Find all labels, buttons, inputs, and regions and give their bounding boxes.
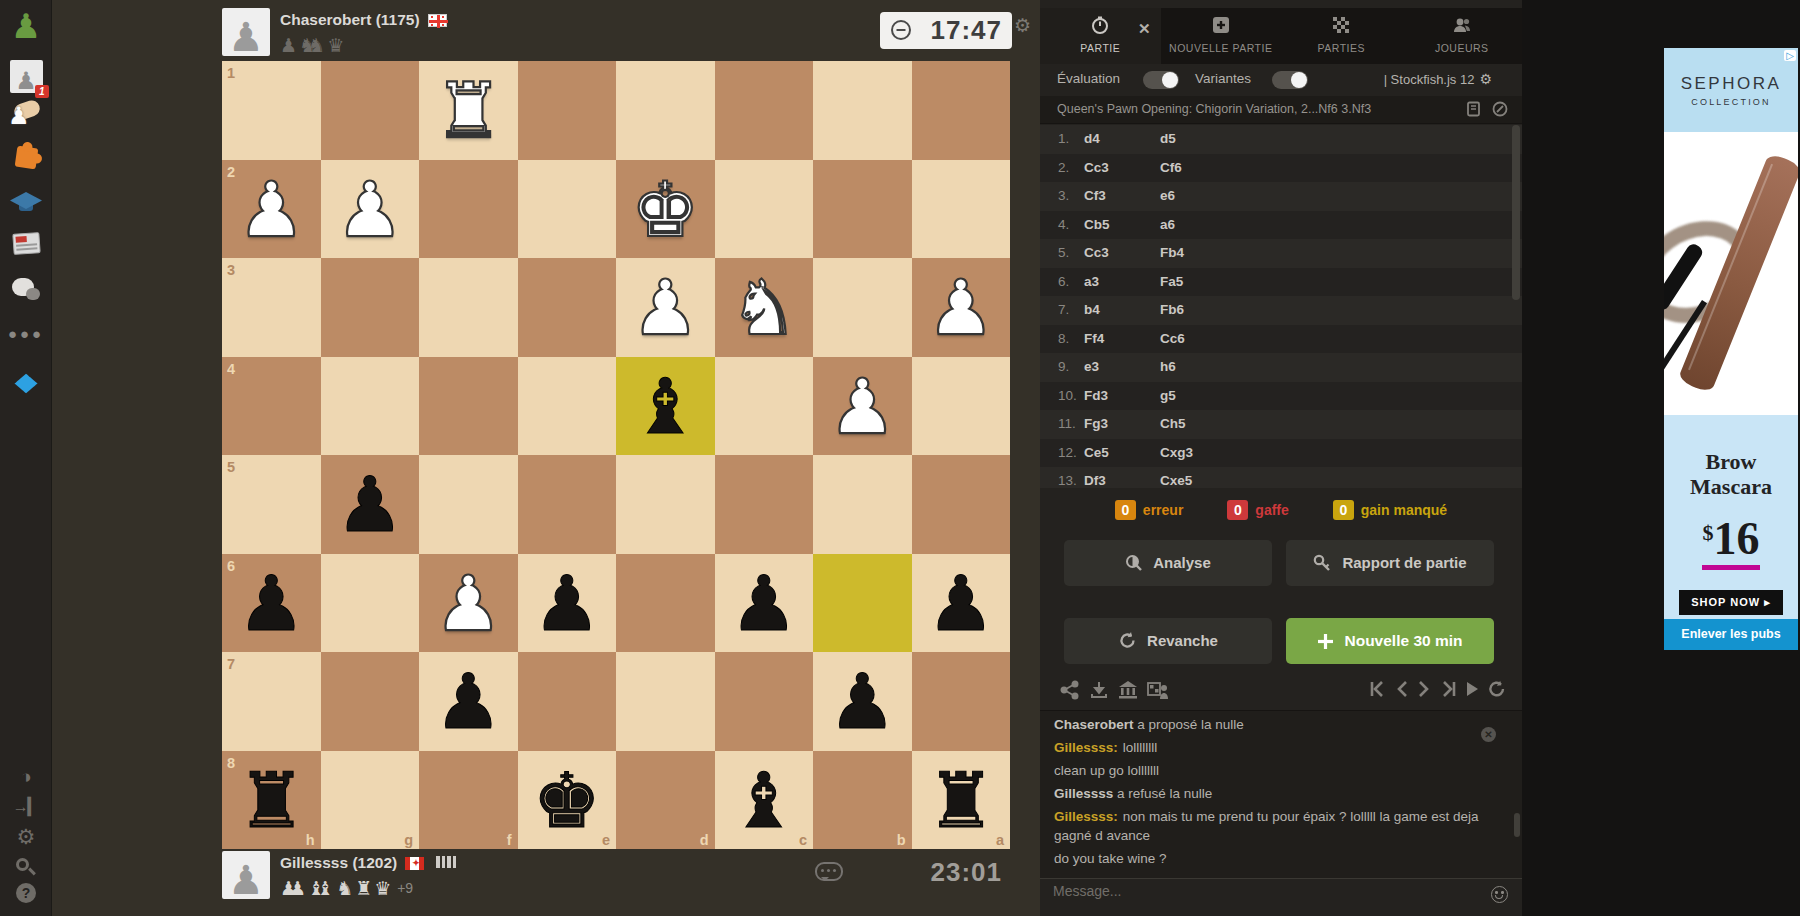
file-label-d: d bbox=[700, 832, 709, 848]
top-player-bar: ♟ Chaserobert (1175) ♟♞♞♛ bbox=[222, 8, 982, 56]
autoplay-icon[interactable] bbox=[1465, 680, 1480, 698]
black-move[interactable]: Cc6 bbox=[1160, 325, 1236, 354]
black-move[interactable]: Fb4 bbox=[1160, 239, 1236, 268]
white-move[interactable]: d4 bbox=[1084, 125, 1160, 154]
mute-user-icon[interactable]: ✕ bbox=[1481, 727, 1496, 742]
accuracy-badges: 0erreur 0gaffe 0gain manqué bbox=[1040, 500, 1522, 530]
rematch-arrow-icon bbox=[1118, 631, 1137, 650]
white-pawn[interactable]: ♟ bbox=[321, 160, 420, 259]
move-row: 11.Fg3Ch5 bbox=[1040, 410, 1522, 439]
rank-label-3: 3 bbox=[227, 262, 235, 278]
ad-brand: SEPHORA bbox=[1664, 48, 1798, 94]
square-d1[interactable] bbox=[616, 61, 715, 160]
ad-product-title: BrowMascara bbox=[1664, 415, 1798, 499]
move-row: 4.Cb5a6 bbox=[1040, 211, 1522, 240]
square-f5[interactable] bbox=[419, 455, 518, 554]
chat-scrollbar[interactable] bbox=[1514, 813, 1520, 837]
sign-in-icon[interactable]: →▎ bbox=[0, 797, 52, 816]
captured-piece-group: ♜ bbox=[355, 877, 374, 899]
move-row: 8.Ff4Cc6 bbox=[1040, 325, 1522, 354]
square-e3[interactable] bbox=[518, 258, 617, 357]
square-d4[interactable]: ♝ bbox=[616, 357, 715, 456]
move-number: 3. bbox=[1040, 182, 1084, 211]
square-g6[interactable] bbox=[321, 554, 420, 653]
rank-label-8: 8 bbox=[227, 755, 235, 771]
move-number: 8. bbox=[1040, 325, 1084, 354]
square-d3[interactable]: ♟ bbox=[616, 258, 715, 357]
square-f3[interactable] bbox=[419, 258, 518, 357]
square-f7[interactable]: ♟ bbox=[419, 652, 518, 751]
square-e6[interactable]: ♟ bbox=[518, 554, 617, 653]
captured-piece-group: ♟♟ bbox=[280, 877, 308, 899]
black-pawn[interactable]: ♟ bbox=[518, 554, 617, 653]
captured-piece-group: ♟ bbox=[280, 34, 299, 56]
white-move[interactable]: e3 bbox=[1084, 353, 1160, 382]
square-h1[interactable]: 1 bbox=[222, 61, 321, 160]
shop-now-button[interactable]: SHOP NOW ▸ bbox=[1679, 590, 1783, 615]
white-pawn[interactable]: ♟ bbox=[912, 258, 1011, 357]
black-move[interactable]: Fa5 bbox=[1160, 268, 1236, 297]
game-area: ♟ Chaserobert (1175) ♟♞♞♛ 17:47 ⚙ 1♜♟2♟♚… bbox=[52, 0, 1040, 916]
white-king[interactable]: ♚ bbox=[616, 160, 715, 259]
rank-label-6: 6 bbox=[227, 558, 235, 574]
black-pawn[interactable]: ♟ bbox=[813, 652, 912, 751]
move-row: 12.Ce5Cxg3 bbox=[1040, 439, 1522, 468]
analysis-toggles: Évaluation Variantes | Stockfish.js 12⚙ bbox=[1040, 64, 1522, 96]
top-captured-pieces: ♟♞♞♛ bbox=[280, 34, 346, 56]
white-move[interactable]: b4 bbox=[1084, 296, 1160, 325]
opening-name: Queen's Pawn Opening: Chigorin Variation… bbox=[1057, 102, 1457, 116]
game-report-button[interactable]: Rapport de partie bbox=[1286, 540, 1494, 586]
move-row: 3.Cf3e6 bbox=[1040, 182, 1522, 211]
georgia-flag-icon bbox=[428, 14, 447, 27]
evaluation-toggle[interactable] bbox=[1143, 71, 1179, 89]
black-move[interactable]: Cxe5 bbox=[1160, 467, 1236, 488]
square-h5[interactable]: 5 bbox=[222, 455, 321, 554]
white-knight[interactable]: ♞ bbox=[715, 258, 814, 357]
white-move[interactable]: Cf3 bbox=[1084, 182, 1160, 211]
square-c4[interactable] bbox=[715, 357, 814, 456]
white-pawn[interactable]: ♟ bbox=[813, 357, 912, 456]
black-pawn[interactable]: ♟ bbox=[222, 554, 321, 653]
profile-avatar-icon[interactable]: ♟ 1 bbox=[0, 60, 52, 93]
blunder-badge: 0gaffe bbox=[1227, 500, 1288, 530]
square-f2[interactable] bbox=[419, 160, 518, 259]
stopwatch-icon bbox=[1091, 16, 1109, 34]
connection-signal-icon bbox=[436, 854, 458, 872]
square-e5[interactable] bbox=[518, 455, 617, 554]
square-g7[interactable] bbox=[321, 652, 420, 751]
top-player-clock: 17:47 bbox=[880, 12, 1012, 49]
white-move[interactable]: Fd3 bbox=[1084, 382, 1160, 411]
square-c1[interactable] bbox=[715, 61, 814, 160]
square-e8[interactable]: ♚e bbox=[518, 751, 617, 850]
square-d8[interactable]: d bbox=[616, 751, 715, 850]
rank-label-1: 1 bbox=[227, 65, 235, 81]
square-g2[interactable]: ♟ bbox=[321, 160, 420, 259]
canada-flag-icon: ✦ bbox=[405, 857, 424, 870]
black-move[interactable]: g5 bbox=[1160, 382, 1236, 411]
file-label-c: c bbox=[799, 832, 807, 848]
key-icon bbox=[1313, 554, 1332, 572]
captured-piece-group: ♛ bbox=[374, 877, 393, 899]
puzzle-icon[interactable] bbox=[0, 147, 52, 168]
file-label-f: f bbox=[507, 832, 512, 848]
adchoices-icon[interactable]: ▷ bbox=[1784, 50, 1796, 61]
square-a6[interactable]: ♟ bbox=[912, 554, 1011, 653]
advertisement[interactable]: ▷ SEPHORA COLLECTION BrowMascara $16 SHO… bbox=[1664, 48, 1798, 650]
white-move[interactable]: Df3 bbox=[1084, 467, 1160, 488]
speech-bubble-icon[interactable] bbox=[815, 862, 843, 881]
move-number: 12. bbox=[1040, 439, 1084, 468]
study-bank-icon[interactable] bbox=[1118, 680, 1138, 700]
black-move[interactable]: Fb6 bbox=[1160, 296, 1236, 325]
tab-parties[interactable]: PARTIES bbox=[1281, 8, 1402, 64]
black-move[interactable]: e6 bbox=[1160, 182, 1236, 211]
white-pawn[interactable]: ♟ bbox=[419, 554, 518, 653]
ad-price: $16 bbox=[1664, 511, 1798, 561]
board-settings-gear-icon[interactable]: ⚙ bbox=[1014, 14, 1031, 36]
bottom-player-clock: 23:01 bbox=[880, 854, 1012, 891]
move-number: 11. bbox=[1040, 410, 1084, 439]
ad-header: ▷ SEPHORA COLLECTION bbox=[1664, 48, 1798, 132]
move-number: 6. bbox=[1040, 268, 1084, 297]
file-label-e: e bbox=[602, 832, 610, 848]
learn-graduation-cap-icon[interactable] bbox=[0, 192, 52, 211]
square-h6[interactable]: ♟6 bbox=[222, 554, 321, 653]
theme-contrast-icon[interactable]: ◑ bbox=[0, 766, 52, 788]
square-c7[interactable] bbox=[715, 652, 814, 751]
file-label-h: h bbox=[306, 832, 315, 848]
nav-prev-icon[interactable] bbox=[1395, 680, 1409, 698]
black-move[interactable]: Cxg3 bbox=[1160, 439, 1236, 468]
left-sidebar: ♟ ♟ 1 ♟ ●●● ◆ ◑ →▎ ⚙ ? bbox=[0, 0, 52, 916]
move-number: 2. bbox=[1040, 154, 1084, 183]
reload-icon[interactable] bbox=[1488, 680, 1506, 698]
evaluation-label: Évaluation bbox=[1057, 71, 1120, 86]
app-window: ♟ ♟ 1 ♟ ●●● ◆ ◑ →▎ ⚙ ? ♟ Chaserobert (11… bbox=[0, 0, 1800, 916]
square-h8[interactable]: ♜8h bbox=[222, 751, 321, 850]
square-b4[interactable]: ♟ bbox=[813, 357, 912, 456]
white-pawn[interactable]: ♟ bbox=[616, 258, 715, 357]
variations-toggle[interactable] bbox=[1272, 71, 1308, 89]
square-c3[interactable]: ♞ bbox=[715, 258, 814, 357]
white-move[interactable]: Ce5 bbox=[1084, 439, 1160, 468]
rank-label-4: 4 bbox=[227, 361, 235, 377]
close-tab-icon[interactable]: ✕ bbox=[1138, 20, 1151, 38]
play-hand-piece-icon[interactable]: ♟ bbox=[0, 100, 52, 132]
move-row: 13.Df3Cxe5 bbox=[1040, 467, 1522, 488]
square-c2[interactable] bbox=[715, 160, 814, 259]
bottom-player-name[interactable]: Gillessss (1202)✦ bbox=[280, 854, 458, 872]
settings-gear-icon[interactable]: ⚙ bbox=[0, 825, 52, 849]
square-b1[interactable] bbox=[813, 61, 912, 160]
move-number: 10. bbox=[1040, 382, 1084, 411]
square-d5[interactable] bbox=[616, 455, 715, 554]
square-g3[interactable] bbox=[321, 258, 420, 357]
black-pawn[interactable]: ♟ bbox=[912, 554, 1011, 653]
nav-last-icon[interactable] bbox=[1439, 680, 1457, 698]
opening-book-icon[interactable] bbox=[1466, 101, 1482, 121]
white-move[interactable]: Fg3 bbox=[1084, 410, 1160, 439]
chat-message: Gillessss:lollllllll bbox=[1040, 736, 1522, 759]
square-f4[interactable] bbox=[419, 357, 518, 456]
opening-bar: Queen's Pawn Opening: Chigorin Variation… bbox=[1040, 96, 1522, 124]
plus-icon bbox=[1317, 633, 1334, 650]
square-f1[interactable]: ♜ bbox=[419, 61, 518, 160]
help-icon[interactable]: ? bbox=[0, 883, 52, 903]
bottom-player-bar: ♟ Gillessss (1202)✦ ♟♟♝♝♞♜♛ +9 bbox=[222, 851, 982, 899]
premium-diamond-icon[interactable]: ◆ bbox=[0, 367, 52, 397]
chat-message: clean up go lolllllll bbox=[1040, 759, 1522, 782]
variations-label: Variantes bbox=[1195, 71, 1251, 86]
black-move[interactable]: a6 bbox=[1160, 211, 1236, 240]
square-d2[interactable]: ♚ bbox=[616, 160, 715, 259]
black-pawn[interactable]: ♟ bbox=[419, 652, 518, 751]
square-e7[interactable] bbox=[518, 652, 617, 751]
notification-badge: 1 bbox=[35, 85, 49, 98]
square-g8[interactable]: g bbox=[321, 751, 420, 850]
square-e1[interactable] bbox=[518, 61, 617, 160]
square-g5[interactable]: ♟ bbox=[321, 455, 420, 554]
chat-message: Gillessss a refusé la nulle bbox=[1040, 782, 1522, 805]
top-player-avatar[interactable]: ♟ bbox=[222, 8, 270, 56]
download-icon[interactable] bbox=[1089, 680, 1109, 700]
search-icon[interactable] bbox=[0, 856, 52, 880]
chat-message: do you take wine ? bbox=[1040, 847, 1522, 870]
square-e2[interactable] bbox=[518, 160, 617, 259]
black-move[interactable]: Ch5 bbox=[1160, 410, 1236, 439]
panel-tabs: PARTIE ✕ NOUVELLE PARTIE PARTIES JOUEURS bbox=[1040, 8, 1522, 64]
tab-partie[interactable]: PARTIE ✕ bbox=[1040, 8, 1161, 64]
move-row: 9.e3h6 bbox=[1040, 353, 1522, 382]
move-row: 10.Fd3g5 bbox=[1040, 382, 1522, 411]
black-pawn[interactable]: ♟ bbox=[715, 554, 814, 653]
top-player-name[interactable]: Chaserobert (1175) bbox=[280, 11, 447, 29]
square-e4[interactable] bbox=[518, 357, 617, 456]
move-number: 13. bbox=[1040, 467, 1084, 488]
rank-label-5: 5 bbox=[227, 459, 235, 475]
draw-offer-icon[interactable] bbox=[890, 19, 912, 41]
chess-board[interactable]: 1♜♟2♟♚3♟♞♟4♝♟5♟♟6♟♟♟♟7♟♟♜8hgf♚ed♝cb♜a bbox=[222, 61, 1010, 849]
square-f8[interactable]: f bbox=[419, 751, 518, 850]
white-move[interactable]: Cc3 bbox=[1084, 154, 1160, 183]
new-game-button[interactable]: Nouvelle 30 min bbox=[1286, 618, 1494, 664]
nav-first-icon[interactable] bbox=[1369, 680, 1387, 698]
missed-win-badge: 0gain manqué bbox=[1333, 500, 1447, 530]
move-list: 1.d4d52.Cc3Cf63.Cf3e64.Cb5a65.Cc3Fb46.a3… bbox=[1040, 125, 1522, 488]
more-options-icon[interactable]: ●●● bbox=[0, 325, 52, 342]
game-actions-row bbox=[1040, 680, 1522, 706]
white-rook[interactable]: ♜ bbox=[419, 61, 518, 160]
emoji-smiley-icon[interactable] bbox=[1491, 886, 1508, 903]
captured-piece-group: ♞♞ bbox=[299, 34, 327, 56]
square-a8[interactable]: ♜a bbox=[912, 751, 1011, 850]
chat-input-row bbox=[1040, 878, 1522, 910]
move-row: 6.a3Fa5 bbox=[1040, 268, 1522, 297]
tab-joueurs[interactable]: JOUEURS bbox=[1402, 8, 1523, 64]
captured-piece-group: ♛ bbox=[327, 34, 346, 56]
ad-price-underline bbox=[1702, 565, 1760, 570]
side-panel: PARTIE ✕ NOUVELLE PARTIE PARTIES JOUEURS… bbox=[1040, 0, 1522, 916]
rematch-button[interactable]: Revanche bbox=[1064, 618, 1272, 664]
black-bishop[interactable]: ♝ bbox=[616, 357, 715, 456]
black-move[interactable]: d5 bbox=[1160, 125, 1236, 154]
chat-message: Gillessss:non mais tu me prend tu pour é… bbox=[1040, 805, 1522, 847]
chat-panel: ✕ Chaserobert a proposé la nulleGillesss… bbox=[1040, 710, 1522, 878]
square-a3[interactable]: ♟ bbox=[912, 258, 1011, 357]
white-move[interactable]: a3 bbox=[1084, 268, 1160, 297]
board-editor-icon[interactable] bbox=[1147, 680, 1169, 700]
square-b6[interactable] bbox=[813, 554, 912, 653]
captured-piece-group: ♞ bbox=[336, 877, 355, 899]
square-b8[interactable]: b bbox=[813, 751, 912, 850]
move-number: 9. bbox=[1040, 353, 1084, 382]
analyse-button[interactable]: Analyse bbox=[1064, 540, 1272, 586]
ad-text-block: BrowMascara $16 SHOP NOW ▸ bbox=[1664, 415, 1798, 619]
square-g1[interactable] bbox=[321, 61, 420, 160]
black-move[interactable]: h6 bbox=[1160, 353, 1236, 382]
square-g4[interactable] bbox=[321, 357, 420, 456]
square-b2[interactable] bbox=[813, 160, 912, 259]
black-pawn[interactable]: ♟ bbox=[321, 455, 420, 554]
bottom-captured-pieces: ♟♟♝♝♞♜♛ +9 bbox=[280, 877, 413, 899]
file-label-g: g bbox=[404, 832, 413, 848]
captured-piece-group: ♝♝ bbox=[308, 877, 336, 899]
analysis-compass-icon[interactable] bbox=[1492, 101, 1508, 121]
news-icon[interactable] bbox=[0, 233, 52, 254]
players-icon bbox=[1452, 16, 1472, 34]
bottom-player-avatar[interactable]: ♟ bbox=[222, 851, 270, 899]
app-logo-pawn-icon[interactable]: ♟ bbox=[0, 8, 52, 44]
square-b3[interactable] bbox=[813, 258, 912, 357]
square-a1[interactable] bbox=[912, 61, 1011, 160]
square-c5[interactable] bbox=[715, 455, 814, 554]
square-a7[interactable] bbox=[912, 652, 1011, 751]
plus-square-icon bbox=[1212, 16, 1230, 34]
square-h3[interactable]: 3 bbox=[222, 258, 321, 357]
chat-message-input[interactable] bbox=[1053, 883, 1473, 899]
chat-bubbles-icon[interactable] bbox=[0, 276, 52, 306]
square-h4[interactable]: 4 bbox=[222, 357, 321, 456]
square-c6[interactable]: ♟ bbox=[715, 554, 814, 653]
square-a4[interactable] bbox=[912, 357, 1011, 456]
nav-next-icon[interactable] bbox=[1417, 680, 1431, 698]
move-number: 7. bbox=[1040, 296, 1084, 325]
black-move[interactable]: Cf6 bbox=[1160, 154, 1236, 183]
square-b5[interactable] bbox=[813, 455, 912, 554]
material-advantage: +9 bbox=[393, 880, 413, 896]
move-row: 7.b4Fb6 bbox=[1040, 296, 1522, 325]
move-list-scrollbar[interactable] bbox=[1512, 125, 1520, 300]
tab-nouvelle-partie[interactable]: NOUVELLE PARTIE bbox=[1161, 8, 1282, 64]
square-h2[interactable]: ♟2 bbox=[222, 160, 321, 259]
rank-label-2: 2 bbox=[227, 164, 235, 180]
move-row: 1.d4d5 bbox=[1040, 125, 1522, 154]
games-grid-icon bbox=[1332, 16, 1350, 34]
white-move[interactable]: Ff4 bbox=[1084, 325, 1160, 354]
ad-product-image bbox=[1664, 132, 1798, 415]
engine-label[interactable]: | Stockfish.js 12⚙ bbox=[1384, 71, 1492, 87]
move-row: 2.Cc3Cf6 bbox=[1040, 154, 1522, 183]
move-number: 5. bbox=[1040, 239, 1084, 268]
white-move[interactable]: Cc3 bbox=[1084, 239, 1160, 268]
file-label-b: b bbox=[897, 832, 906, 848]
square-b7[interactable]: ♟ bbox=[813, 652, 912, 751]
analysis-glass-icon bbox=[1125, 554, 1143, 572]
share-icon[interactable] bbox=[1060, 680, 1080, 700]
square-d6[interactable] bbox=[616, 554, 715, 653]
file-label-a: a bbox=[996, 832, 1004, 848]
square-c8[interactable]: ♝c bbox=[715, 751, 814, 850]
error-badge: 0erreur bbox=[1115, 500, 1183, 530]
ad-brand-sub: COLLECTION bbox=[1664, 97, 1798, 107]
square-h7[interactable]: 7 bbox=[222, 652, 321, 751]
white-pawn[interactable]: ♟ bbox=[222, 160, 321, 259]
square-d7[interactable] bbox=[616, 652, 715, 751]
rank-label-7: 7 bbox=[227, 656, 235, 672]
chat-message: Chaserobert a proposé la nulle bbox=[1040, 711, 1522, 736]
move-number: 4. bbox=[1040, 211, 1084, 240]
remove-ads-button[interactable]: Enlever les pubs bbox=[1664, 619, 1798, 650]
white-move[interactable]: Cb5 bbox=[1084, 211, 1160, 240]
move-row: 5.Cc3Fb4 bbox=[1040, 239, 1522, 268]
move-number: 1. bbox=[1040, 125, 1084, 154]
engine-settings-gear-icon[interactable]: ⚙ bbox=[1479, 71, 1492, 87]
square-a2[interactable] bbox=[912, 160, 1011, 259]
square-a5[interactable] bbox=[912, 455, 1011, 554]
square-f6[interactable]: ♟ bbox=[419, 554, 518, 653]
